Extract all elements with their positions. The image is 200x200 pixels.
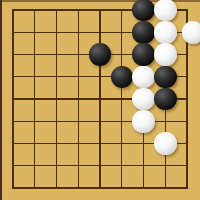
white-stone bbox=[154, 132, 177, 155]
black-stone bbox=[111, 66, 134, 89]
white-stone bbox=[132, 66, 155, 89]
black-stone bbox=[132, 0, 155, 21]
black-stone bbox=[154, 66, 177, 89]
white-stone bbox=[182, 21, 200, 44]
go-board[interactable] bbox=[0, 0, 200, 200]
white-stone bbox=[132, 110, 155, 133]
white-stone bbox=[154, 21, 177, 44]
black-stone bbox=[132, 43, 155, 66]
white-stone bbox=[132, 88, 155, 111]
white-stone bbox=[154, 0, 177, 21]
stones-layer bbox=[0, 0, 200, 200]
black-stone bbox=[154, 88, 177, 111]
white-stone bbox=[154, 43, 177, 66]
black-stone bbox=[89, 43, 112, 66]
black-stone bbox=[132, 21, 155, 44]
